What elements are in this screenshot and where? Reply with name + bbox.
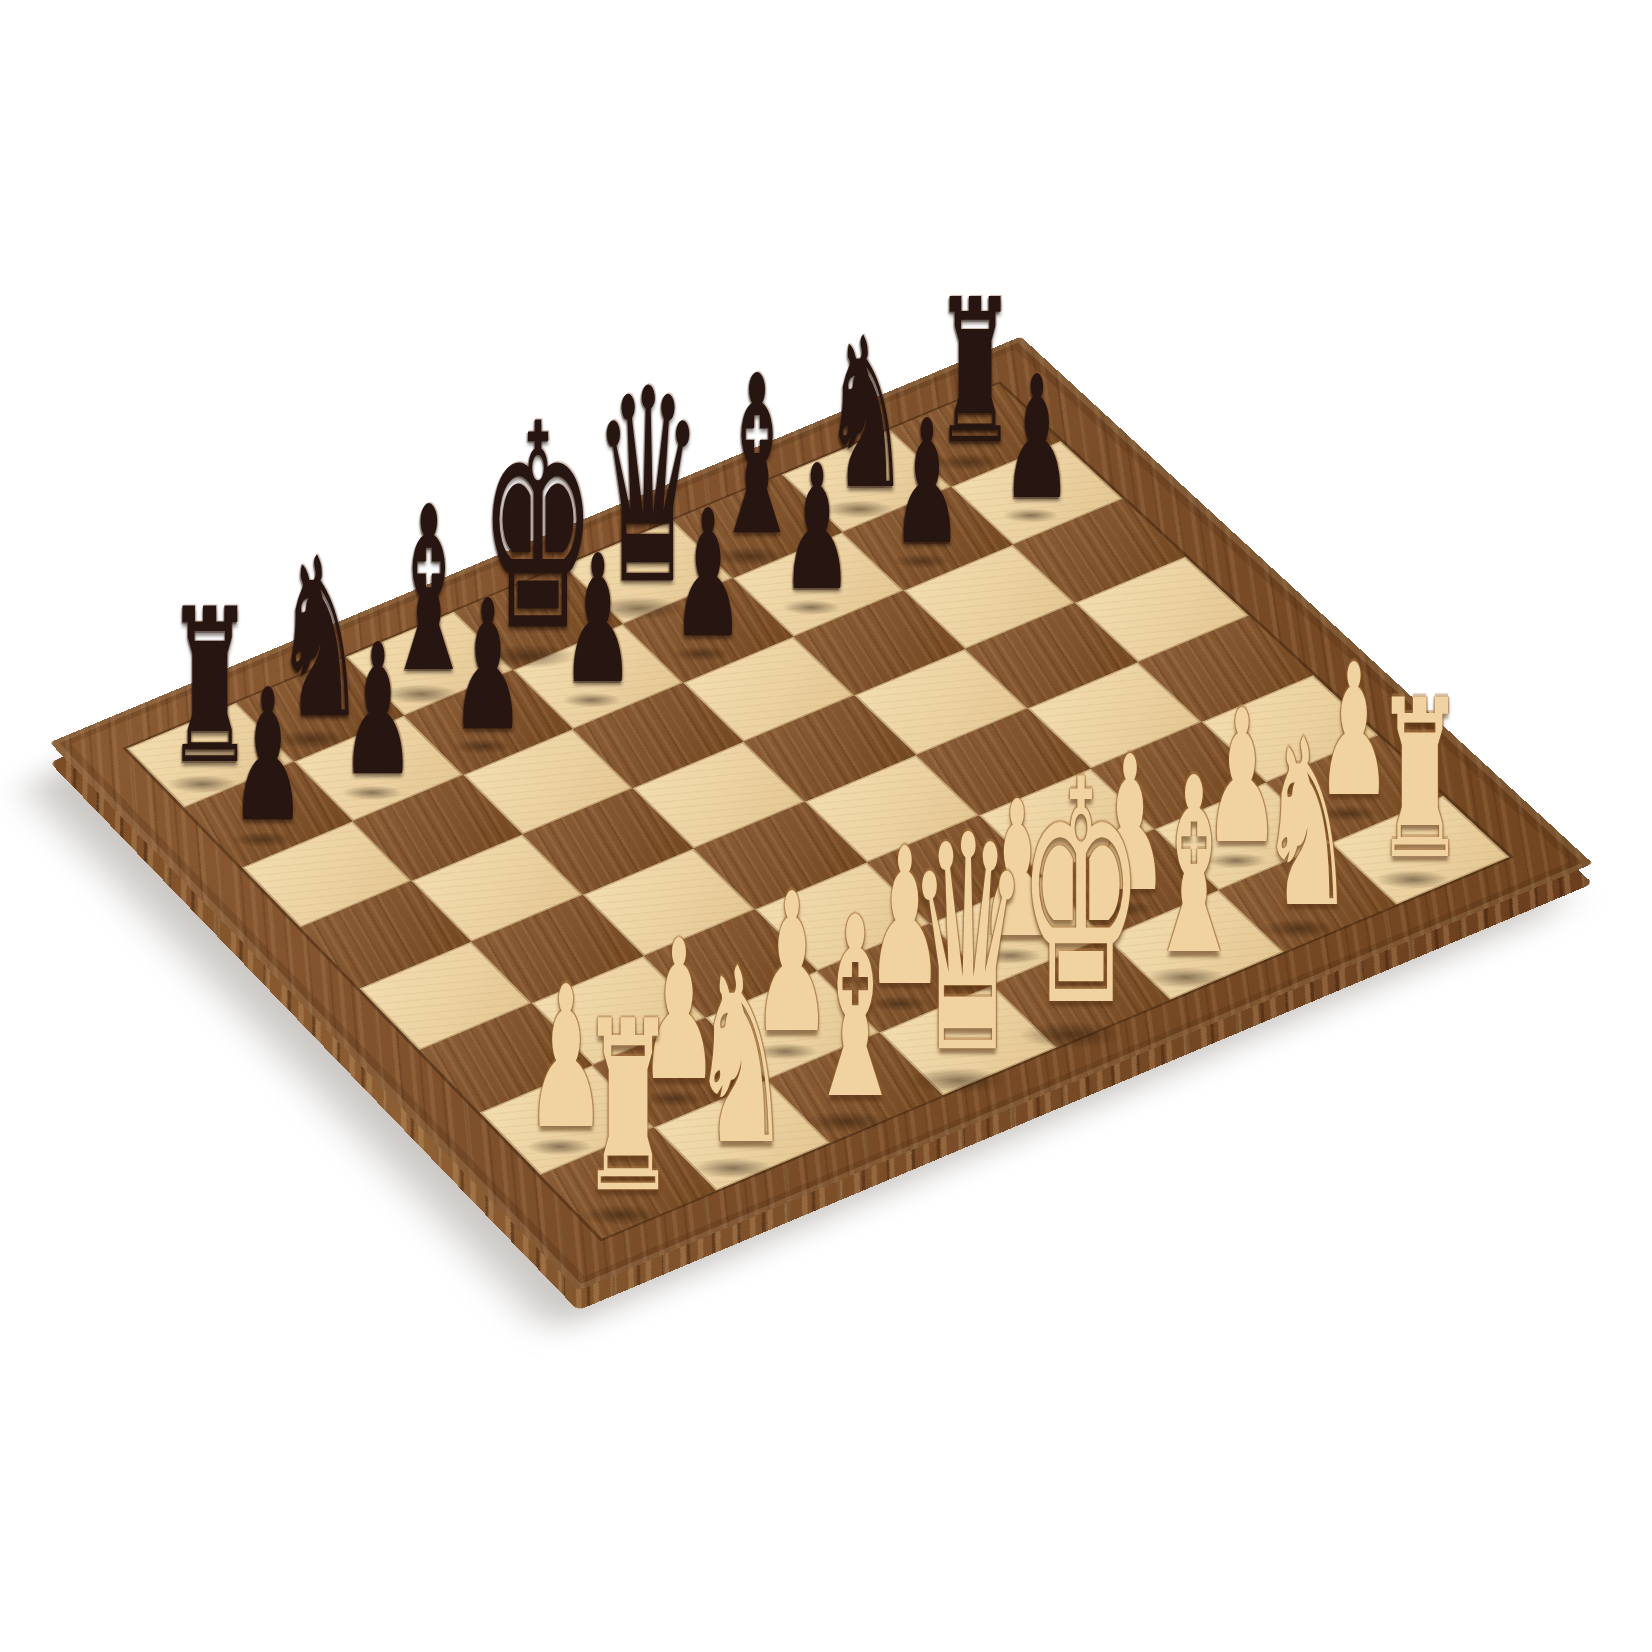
board-squares-grid [127, 384, 1510, 1239]
chess-board [50, 337, 1593, 1291]
chess-set-product-photo: ♜♞♟♝♟♛♟♚♟♝♟♞♟♜♟♟♟♟♜♟♞♟♝♟♚♟♛♟♝♟♞♜ [0, 0, 1652, 1652]
